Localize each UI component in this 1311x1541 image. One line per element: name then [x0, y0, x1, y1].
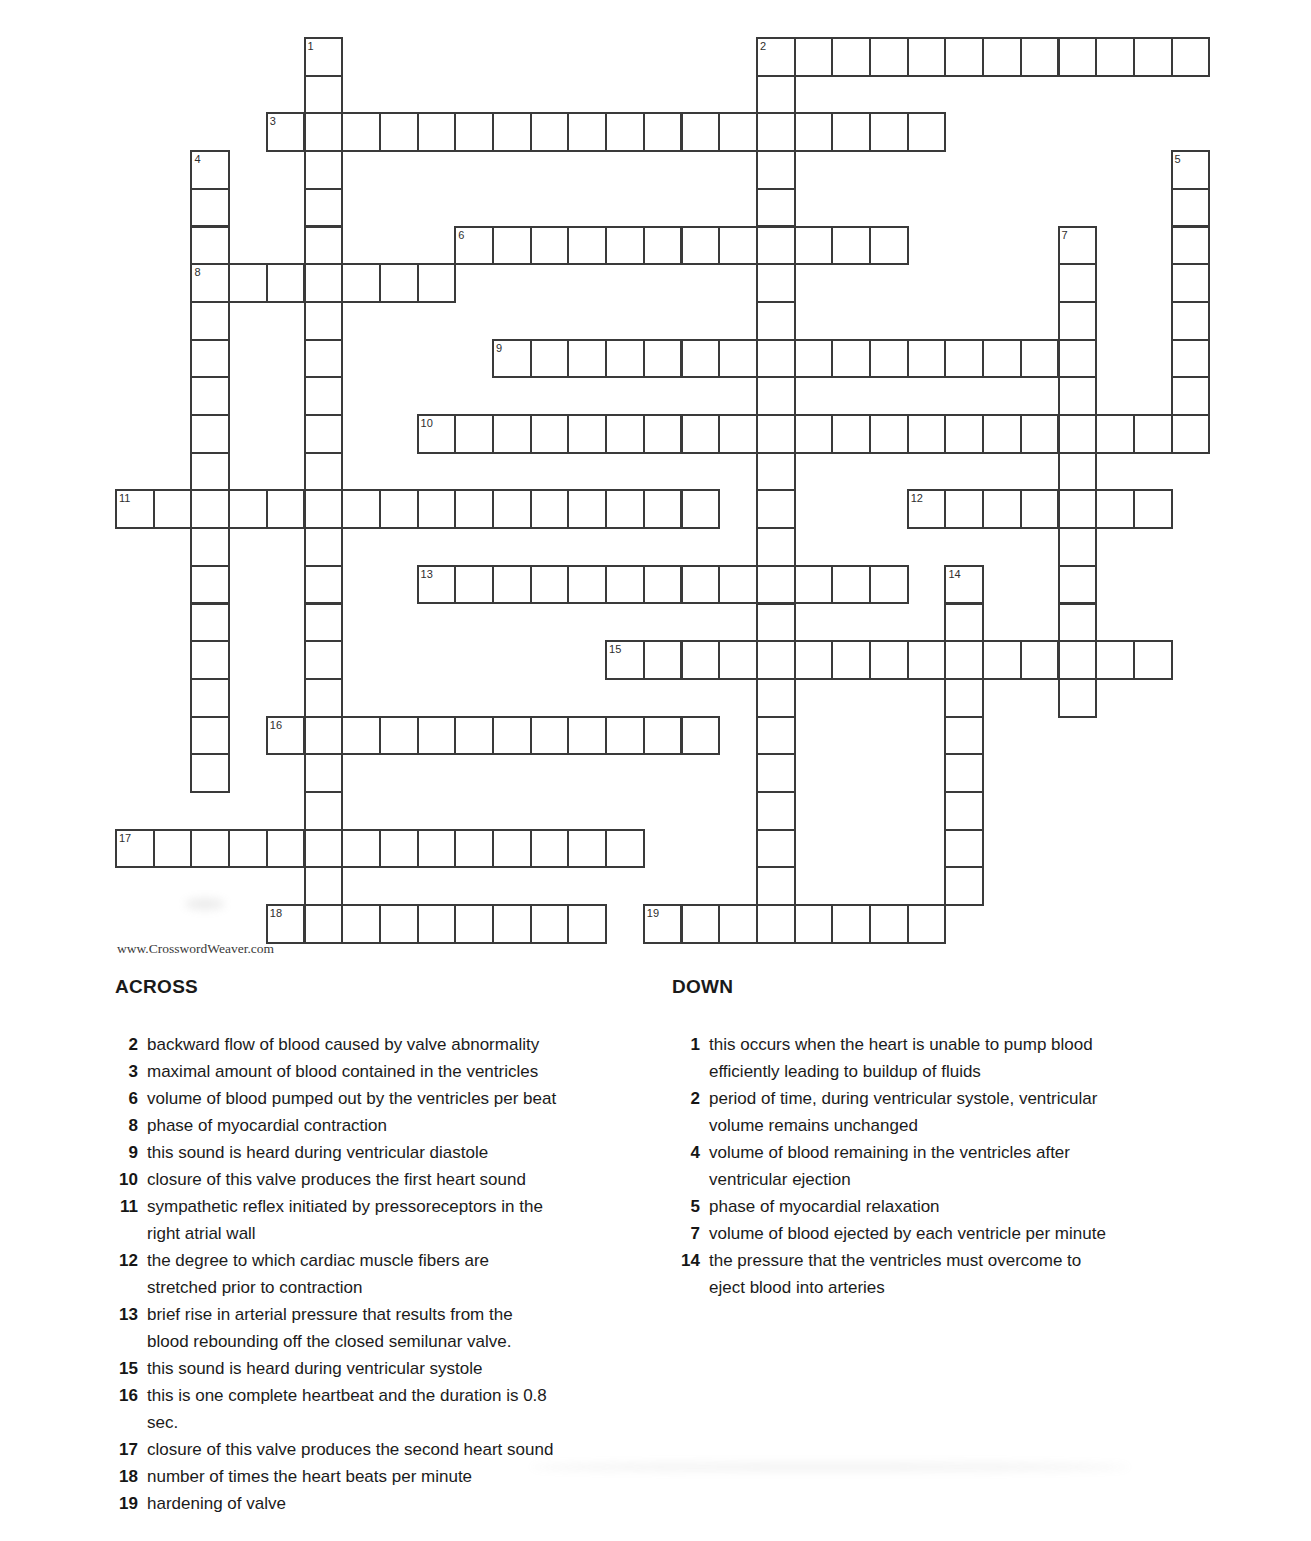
grid-cell[interactable]: [228, 829, 268, 869]
grid-cell[interactable]: [831, 226, 871, 266]
grid-cell[interactable]: [190, 829, 230, 869]
grid-cell[interactable]: [831, 640, 871, 680]
grid-cell[interactable]: [605, 829, 645, 869]
grid-cell[interactable]: [718, 904, 758, 944]
grid-cell[interactable]: [1020, 37, 1060, 77]
grid-cell[interactable]: [530, 414, 570, 454]
grid-cell[interactable]: [643, 414, 683, 454]
grid-cell[interactable]: [869, 414, 909, 454]
cell-number: 4: [194, 153, 200, 165]
grid-cell[interactable]: [304, 565, 344, 605]
grid-cell[interactable]: [643, 489, 683, 529]
grid-cell[interactable]: [944, 37, 984, 77]
grid-cell[interactable]: [944, 866, 984, 906]
grid-cell[interactable]: [454, 112, 494, 152]
grid-cell[interactable]: [379, 716, 419, 756]
cell-number: 13: [421, 568, 433, 580]
grid-cell[interactable]: [190, 565, 230, 605]
clue-number-label: 13: [104, 1301, 138, 1328]
grid-cell[interactable]: [530, 716, 570, 756]
grid-cell[interactable]: [304, 753, 344, 793]
down-clue: 14the pressure that the ventricles must …: [666, 1247, 1226, 1301]
cell-number: 10: [421, 417, 433, 429]
grid-cell[interactable]: [681, 339, 721, 379]
grid-cell[interactable]: [1058, 527, 1098, 567]
grid-cell[interactable]: [304, 904, 344, 944]
grid-cell[interactable]: [304, 603, 344, 643]
grid-cell[interactable]: [756, 904, 796, 944]
grid-cell[interactable]: [944, 791, 984, 831]
cell-number: 17: [119, 832, 131, 844]
grid-cell[interactable]: [907, 339, 947, 379]
across-clue: 15this sound is heard during ventricular…: [104, 1355, 634, 1382]
across-clue: 2backward flow of blood caused by valve …: [104, 1031, 634, 1058]
clue-text: volume of blood remaining in the ventric…: [709, 1139, 1070, 1193]
clue-text: the degree to which cardiac muscle fiber…: [147, 1247, 489, 1301]
across-header: ACROSS: [115, 976, 198, 998]
grid-cell[interactable]: [417, 904, 457, 944]
grid-cell[interactable]: [304, 112, 344, 152]
grid-cell[interactable]: [190, 414, 230, 454]
grid-cell[interactable]: [794, 37, 834, 77]
grid-cell[interactable]: [492, 414, 532, 454]
grid-cell[interactable]: [794, 112, 834, 152]
grid-cell[interactable]: [605, 339, 645, 379]
grid-cell[interactable]: [190, 489, 230, 529]
grid-cell[interactable]: [982, 640, 1022, 680]
grid-cell[interactable]: [530, 904, 570, 944]
grid-cell[interactable]: [944, 716, 984, 756]
cell-number: 1: [308, 40, 314, 52]
grid-cell[interactable]: [982, 414, 1022, 454]
grid-cell[interactable]: [379, 904, 419, 944]
grid-cell[interactable]: [492, 489, 532, 529]
grid-cell[interactable]: [379, 263, 419, 303]
grid-cell[interactable]: [944, 753, 984, 793]
grid-cell[interactable]: [756, 603, 796, 643]
grid-cell[interactable]: [228, 263, 268, 303]
grid-cell[interactable]: [944, 829, 984, 869]
clue-text: the pressure that the ventricles must ov…: [709, 1247, 1081, 1301]
clue-number-label: 11: [104, 1193, 138, 1220]
grid-cell[interactable]: [1171, 263, 1211, 303]
grid-cell[interactable]: [341, 263, 381, 303]
grid-cell[interactable]: [530, 339, 570, 379]
down-clues: 1this occurs when the heart is unable to…: [666, 1031, 1226, 1301]
grid-cell[interactable]: [567, 489, 607, 529]
grid-cell[interactable]: [907, 904, 947, 944]
grid-cell[interactable]: [190, 527, 230, 567]
grid-cell[interactable]: [756, 376, 796, 416]
grid-cell[interactable]: [756, 339, 796, 379]
grid-cell[interactable]: [304, 527, 344, 567]
across-clues: 2backward flow of blood caused by valve …: [104, 1031, 634, 1517]
grid-cell[interactable]: [304, 829, 344, 869]
grid-cell[interactable]: [756, 640, 796, 680]
across-clue: 10closure of this valve produces the fir…: [104, 1166, 634, 1193]
grid-cell[interactable]: [944, 414, 984, 454]
grid-cell[interactable]: [228, 489, 268, 529]
grid-cell[interactable]: [1095, 414, 1135, 454]
grid-cell[interactable]: [907, 112, 947, 152]
grid-cell[interactable]: [417, 112, 457, 152]
clue-text: hardening of valve: [147, 1490, 286, 1517]
down-clue: 5phase of myocardial relaxation: [666, 1193, 1226, 1220]
grid-cell[interactable]: [304, 791, 344, 831]
grid-cell[interactable]: [643, 716, 683, 756]
grid-cell[interactable]: [567, 904, 607, 944]
grid-cell[interactable]: [417, 829, 457, 869]
grid-cell[interactable]: [869, 226, 909, 266]
grid-cell[interactable]: [718, 112, 758, 152]
crossword-grid: 12345678910111213141516171819: [115, 37, 1211, 943]
grid-cell[interactable]: [831, 339, 871, 379]
grid-cell[interactable]: [643, 565, 683, 605]
grid-cell[interactable]: [492, 829, 532, 869]
grid-cell[interactable]: [304, 188, 344, 228]
cell-number: 12: [911, 492, 923, 504]
grid-cell[interactable]: [379, 112, 419, 152]
grid-cell[interactable]: [756, 565, 796, 605]
grid-cell[interactable]: [266, 829, 306, 869]
grid-cell[interactable]: [605, 226, 645, 266]
clue-text: sympathetic reflex initiated by pressore…: [147, 1193, 543, 1247]
grid-cell[interactable]: [756, 226, 796, 266]
scan-smudge: [185, 898, 225, 910]
grid-cell[interactable]: [756, 452, 796, 492]
grid-cell[interactable]: [681, 565, 721, 605]
grid-cell[interactable]: [530, 489, 570, 529]
clue-text: phase of myocardial contraction: [147, 1112, 387, 1139]
grid-cell[interactable]: [756, 150, 796, 190]
grid-cell[interactable]: [153, 489, 193, 529]
grid-cell[interactable]: [1058, 452, 1098, 492]
grid-cell[interactable]: [1171, 339, 1211, 379]
grid-cell[interactable]: [1058, 678, 1098, 718]
grid-cell[interactable]: [190, 301, 230, 341]
grid-cell[interactable]: [530, 226, 570, 266]
grid-cell[interactable]: [454, 565, 494, 605]
across-clue: 12the degree to which cardiac muscle fib…: [104, 1247, 634, 1301]
grid-cell[interactable]: [1171, 376, 1211, 416]
grid-cell[interactable]: [907, 640, 947, 680]
clue-number-label: 4: [666, 1139, 700, 1166]
clue-number-label: 17: [104, 1436, 138, 1463]
grid-cell[interactable]: [718, 565, 758, 605]
grid-cell[interactable]: [1133, 37, 1173, 77]
grid-cell[interactable]: [1058, 489, 1098, 529]
grid-cell[interactable]: [756, 414, 796, 454]
clue-text: volume of blood ejected by each ventricl…: [709, 1220, 1106, 1247]
grid-cell[interactable]: [304, 226, 344, 266]
grid-cell[interactable]: [718, 640, 758, 680]
grid-cell[interactable]: [1020, 414, 1060, 454]
grid-cell[interactable]: [190, 753, 230, 793]
grid-cell[interactable]: [492, 904, 532, 944]
grid-cell[interactable]: [379, 829, 419, 869]
down-clue: 7volume of blood ejected by each ventric…: [666, 1220, 1226, 1247]
grid-cell[interactable]: [530, 112, 570, 152]
grid-cell[interactable]: [794, 414, 834, 454]
grid-cell[interactable]: [794, 904, 834, 944]
grid-cell[interactable]: [1171, 226, 1211, 266]
grid-cell[interactable]: [681, 226, 721, 266]
grid-cell[interactable]: [944, 603, 984, 643]
cell-number: 15: [609, 643, 621, 655]
grid-cell[interactable]: [681, 112, 721, 152]
clue-text: maximal amount of blood contained in the…: [147, 1058, 538, 1085]
clue-number-label: 7: [666, 1220, 700, 1247]
grid-cell[interactable]: [605, 489, 645, 529]
grid-cell[interactable]: [190, 640, 230, 680]
clue-number-label: 2: [666, 1085, 700, 1112]
grid-cell[interactable]: [794, 226, 834, 266]
grid-cell[interactable]: [190, 339, 230, 379]
grid-cell[interactable]: [567, 565, 607, 605]
clue-text: this sound is heard during ventricular s…: [147, 1355, 482, 1382]
grid-cell[interactable]: [1095, 640, 1135, 680]
grid-cell[interactable]: [756, 716, 796, 756]
grid-cell[interactable]: [1171, 414, 1211, 454]
across-clue: 3maximal amount of blood contained in th…: [104, 1058, 634, 1085]
grid-cell[interactable]: [379, 489, 419, 529]
grid-cell[interactable]: [907, 414, 947, 454]
grid-cell[interactable]: [643, 226, 683, 266]
grid-cell[interactable]: [831, 414, 871, 454]
grid-cell[interactable]: [304, 376, 344, 416]
grid-cell[interactable]: [341, 112, 381, 152]
grid-cell[interactable]: [417, 489, 457, 529]
grid-cell[interactable]: [681, 414, 721, 454]
grid-cell[interactable]: [718, 226, 758, 266]
grid-cell[interactable]: [869, 565, 909, 605]
clue-text: this occurs when the heart is unable to …: [709, 1031, 1093, 1085]
grid-cell[interactable]: [304, 640, 344, 680]
grid-cell[interactable]: [492, 226, 532, 266]
grid-cell[interactable]: [454, 489, 494, 529]
grid-cell[interactable]: [831, 565, 871, 605]
cell-number: 7: [1062, 229, 1068, 241]
grid-cell[interactable]: [567, 829, 607, 869]
grid-cell[interactable]: [681, 716, 721, 756]
grid-cell[interactable]: [567, 414, 607, 454]
grid-cell[interactable]: [869, 37, 909, 77]
grid-cell[interactable]: [530, 565, 570, 605]
grid-cell[interactable]: [567, 226, 607, 266]
grid-cell[interactable]: [454, 716, 494, 756]
grid-cell[interactable]: [341, 716, 381, 756]
grid-cell[interactable]: [831, 904, 871, 944]
grid-cell[interactable]: [304, 452, 344, 492]
grid-cell[interactable]: [756, 527, 796, 567]
grid-cell[interactable]: [756, 791, 796, 831]
grid-cell[interactable]: [190, 603, 230, 643]
grid-cell[interactable]: [1058, 376, 1098, 416]
grid-cell[interactable]: [304, 301, 344, 341]
clue-number-label: 5: [666, 1193, 700, 1220]
cell-number: 14: [948, 568, 960, 580]
clue-number-label: 8: [104, 1112, 138, 1139]
grid-cell[interactable]: [681, 904, 721, 944]
grid-cell[interactable]: [831, 112, 871, 152]
clue-number-label: 15: [104, 1355, 138, 1382]
grid-cell[interactable]: [944, 339, 984, 379]
grid-cell[interactable]: [643, 339, 683, 379]
clue-text: volume of blood pumped out by the ventri…: [147, 1085, 556, 1112]
clue-number-label: 10: [104, 1166, 138, 1193]
down-clue: 1this occurs when the heart is unable to…: [666, 1031, 1226, 1085]
grid-cell[interactable]: [266, 489, 306, 529]
grid-cell[interactable]: [567, 716, 607, 756]
grid-cell[interactable]: [1171, 188, 1211, 228]
grid-cell[interactable]: [567, 339, 607, 379]
grid-cell[interactable]: [1171, 37, 1211, 77]
grid-cell[interactable]: [831, 37, 871, 77]
grid-cell[interactable]: [190, 716, 230, 756]
grid-cell[interactable]: [304, 339, 344, 379]
across-clue: 8phase of myocardial contraction: [104, 1112, 634, 1139]
clue-number-label: 16: [104, 1382, 138, 1409]
cell-number: 11: [119, 492, 130, 504]
grid-cell[interactable]: [341, 489, 381, 529]
grid-cell[interactable]: [756, 866, 796, 906]
grid-cell[interactable]: [341, 904, 381, 944]
cell-number: 2: [760, 40, 766, 52]
grid-cell[interactable]: [1058, 640, 1098, 680]
grid-cell[interactable]: [1058, 603, 1098, 643]
grid-cell[interactable]: [1020, 640, 1060, 680]
source-url: www.CrosswordWeaver.com: [117, 941, 274, 957]
grid-cell[interactable]: [794, 339, 834, 379]
grid-cell[interactable]: [1058, 414, 1098, 454]
grid-cell[interactable]: [869, 112, 909, 152]
grid-cell[interactable]: [304, 263, 344, 303]
grid-cell[interactable]: [190, 376, 230, 416]
grid-cell[interactable]: [907, 37, 947, 77]
grid-cell[interactable]: [492, 565, 532, 605]
grid-cell[interactable]: [643, 112, 683, 152]
grid-cell[interactable]: [1020, 339, 1060, 379]
grid-cell[interactable]: [153, 829, 193, 869]
grid-cell[interactable]: [304, 866, 344, 906]
grid-cell[interactable]: [454, 904, 494, 944]
cell-number: 19: [647, 907, 659, 919]
grid-cell[interactable]: [681, 640, 721, 680]
grid-cell[interactable]: [1020, 489, 1060, 529]
grid-cell[interactable]: [1058, 37, 1098, 77]
grid-cell[interactable]: [417, 716, 457, 756]
cell-number: 16: [270, 719, 282, 731]
grid-cell[interactable]: [756, 678, 796, 718]
clue-text: closure of this valve produces the secon…: [147, 1436, 553, 1463]
grid-cell[interactable]: [530, 829, 570, 869]
grid-cell[interactable]: [454, 414, 494, 454]
grid-cell[interactable]: [341, 829, 381, 869]
grid-cell[interactable]: [756, 301, 796, 341]
grid-cell[interactable]: [304, 414, 344, 454]
clue-text: phase of myocardial relaxation: [709, 1193, 940, 1220]
grid-cell[interactable]: [681, 489, 721, 529]
grid-cell[interactable]: [756, 489, 796, 529]
grid-cell[interactable]: [1171, 301, 1211, 341]
grid-cell[interactable]: [1095, 37, 1135, 77]
grid-cell[interactable]: [304, 716, 344, 756]
grid-cell[interactable]: [266, 263, 306, 303]
grid-cell[interactable]: [492, 716, 532, 756]
grid-cell[interactable]: [304, 150, 344, 190]
clue-number-label: 14: [666, 1247, 700, 1274]
cell-number: 9: [496, 342, 502, 354]
grid-cell[interactable]: [1095, 489, 1135, 529]
across-clue: 13brief rise in arterial pressure that r…: [104, 1301, 634, 1355]
grid-cell[interactable]: [756, 829, 796, 869]
grid-cell[interactable]: [794, 640, 834, 680]
cell-number: 3: [270, 115, 276, 127]
grid-cell[interactable]: [756, 112, 796, 152]
grid-cell[interactable]: [605, 414, 645, 454]
grid-cell[interactable]: [794, 565, 834, 605]
grid-cell[interactable]: [190, 226, 230, 266]
grid-cell[interactable]: [944, 678, 984, 718]
grid-cell[interactable]: [643, 640, 683, 680]
grid-cell[interactable]: [1133, 414, 1173, 454]
grid-cell[interactable]: [1058, 301, 1098, 341]
clue-text: brief rise in arterial pressure that res…: [147, 1301, 513, 1355]
grid-cell[interactable]: [982, 339, 1022, 379]
grid-cell[interactable]: [1133, 640, 1173, 680]
grid-cell[interactable]: [869, 339, 909, 379]
across-clue: 19hardening of valve: [104, 1490, 634, 1517]
down-clue: 4volume of blood remaining in the ventri…: [666, 1139, 1226, 1193]
across-clue: 17closure of this valve produces the sec…: [104, 1436, 634, 1463]
grid-cell[interactable]: [417, 263, 457, 303]
clue-number-label: 1: [666, 1031, 700, 1058]
grid-cell[interactable]: [718, 339, 758, 379]
grid-cell[interactable]: [756, 188, 796, 228]
grid-cell[interactable]: [492, 112, 532, 152]
grid-cell[interactable]: [718, 414, 758, 454]
grid-cell[interactable]: [869, 640, 909, 680]
grid-cell[interactable]: [454, 829, 494, 869]
grid-cell[interactable]: [756, 263, 796, 303]
grid-cell[interactable]: [1058, 339, 1098, 379]
grid-cell[interactable]: [944, 489, 984, 529]
grid-cell[interactable]: [1058, 565, 1098, 605]
clue-number-label: 3: [104, 1058, 138, 1085]
grid-cell[interactable]: [567, 112, 607, 152]
grid-cell[interactable]: [1058, 263, 1098, 303]
clue-text: number of times the heart beats per minu…: [147, 1463, 472, 1490]
grid-cell[interactable]: [982, 37, 1022, 77]
grid-cell[interactable]: [605, 112, 645, 152]
grid-cell[interactable]: [756, 753, 796, 793]
grid-cell[interactable]: [190, 452, 230, 492]
grid-cell[interactable]: [944, 640, 984, 680]
clue-number-label: 2: [104, 1031, 138, 1058]
grid-cell[interactable]: [982, 489, 1022, 529]
grid-cell[interactable]: [304, 489, 344, 529]
grid-cell[interactable]: [756, 75, 796, 115]
grid-cell[interactable]: [190, 678, 230, 718]
grid-cell[interactable]: [605, 716, 645, 756]
down-clue: 2period of time, during ventricular syst…: [666, 1085, 1226, 1139]
grid-cell[interactable]: [304, 75, 344, 115]
grid-cell[interactable]: [304, 678, 344, 718]
grid-cell[interactable]: [190, 188, 230, 228]
grid-cell[interactable]: [1133, 489, 1173, 529]
grid-cell[interactable]: [605, 565, 645, 605]
grid-cell[interactable]: [869, 904, 909, 944]
